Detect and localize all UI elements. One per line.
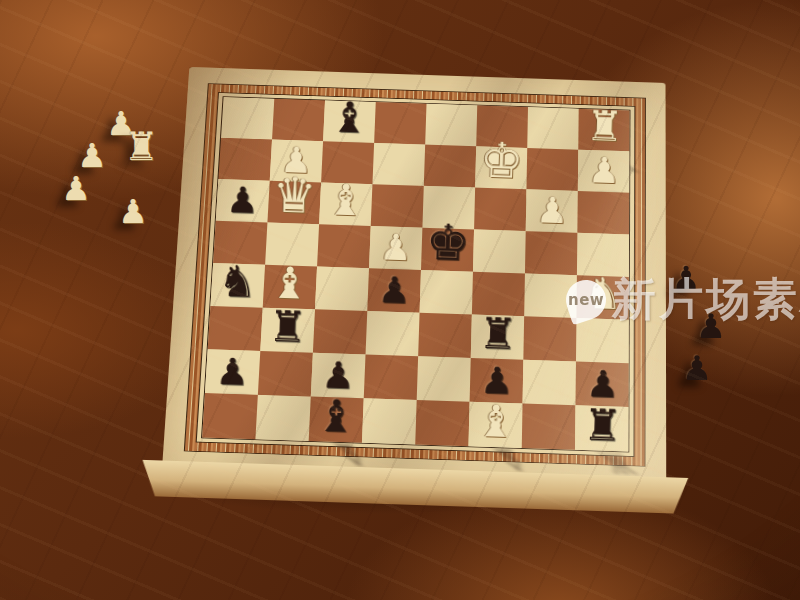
square-d1	[362, 398, 417, 444]
square-g2	[523, 360, 576, 406]
piece-black-knight-a4: ♞	[217, 260, 257, 305]
square-e1	[415, 400, 469, 446]
square-g1	[522, 404, 576, 450]
piece-black-pawn-h2: ♟	[586, 366, 620, 404]
piece-black-pawn-f2: ♟	[480, 362, 514, 400]
chess-board-wrap: ♝♝♜♜♟♟♚♚♟♟♟♟♛♛♝♝♟♟♟♟♚♚♞♞♝♝♟♟♞♞♜♜♜♜♟♟♟♟♟♟…	[168, 17, 674, 523]
captured-black-pawn: ♟	[696, 309, 726, 343]
square-f3: ♜♜	[471, 315, 524, 360]
piece-white-bishop-b4: ♝	[270, 261, 310, 306]
captured-black-pawn: ♟	[682, 351, 712, 385]
square-a3	[208, 306, 263, 351]
piece-black-pawn-c2: ♟	[321, 357, 355, 395]
square-h3	[576, 318, 629, 363]
square-a2: ♟♟	[205, 349, 260, 395]
captured-white-pawn: ♟	[61, 172, 91, 205]
captured-white-pawn: ♟	[118, 195, 148, 228]
square-e3	[418, 313, 472, 358]
square-g3	[523, 316, 576, 361]
piece-black-rook-f3: ♜	[478, 312, 517, 356]
piece-black-pawn-a2: ♟	[215, 353, 249, 391]
square-c1: ♝♝	[309, 397, 364, 443]
square-b1	[255, 395, 310, 441]
piece-white-knight-h4: ♞	[583, 272, 623, 317]
captured-white-rook: ♜	[124, 127, 159, 166]
square-e2	[417, 356, 471, 402]
square-a1	[202, 393, 258, 439]
square-b3: ♜♜	[260, 308, 315, 353]
photo-stage: { "game": "chess", "scene_type": "overhe…	[0, 0, 800, 600]
square-a4: ♞♞	[210, 263, 265, 308]
piece-white-bishop-f1: ♝	[475, 399, 516, 444]
board-scene: ♝♝♜♜♟♟♚♚♟♟♟♟♛♛♝♝♟♟♟♟♚♚♞♞♝♝♟♟♞♞♜♜♜♜♟♟♟♟♟♟…	[168, 17, 674, 523]
piece-black-bishop-c1: ♝	[316, 394, 357, 439]
square-f1: ♝♝	[468, 402, 522, 448]
piece-black-pawn-d4: ♟	[377, 272, 411, 309]
piece-black-rook-h1: ♜	[582, 404, 622, 448]
square-d2	[364, 354, 418, 400]
chess-board: ♝♝♜♜♟♟♚♚♟♟♟♟♛♛♝♝♟♟♟♟♚♚♞♞♝♝♟♟♞♞♜♜♜♜♟♟♟♟♟♟…	[162, 67, 666, 485]
captured-white-pawn: ♟	[77, 139, 107, 172]
square-c3	[313, 309, 367, 354]
captured-black-pawn: ♟	[672, 262, 701, 294]
square-d3	[366, 311, 420, 356]
square-h4: ♞♞	[576, 275, 628, 320]
piece-black-rook-b3: ♜	[268, 305, 307, 349]
square-g4	[524, 273, 577, 318]
square-b2	[258, 351, 313, 397]
square-h1: ♜♜	[575, 405, 628, 451]
